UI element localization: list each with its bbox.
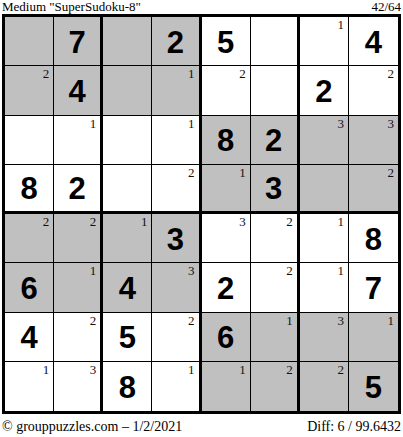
pencil-mark: 2: [43, 67, 50, 81]
cell-r3c2[interactable]: 1: [54, 116, 103, 165]
cell-r3c8[interactable]: 3: [349, 116, 398, 165]
pencil-mark: 2: [286, 264, 293, 278]
cell-r3c4[interactable]: 1: [152, 116, 201, 165]
cell-r4c5[interactable]: 1: [202, 165, 251, 214]
difficulty-label: Diff: 6 / 99.6432: [307, 419, 401, 434]
cell-r6c6[interactable]: 2: [251, 263, 300, 312]
cell-r8c3[interactable]: 8: [103, 362, 152, 411]
cell-r2c8[interactable]: 2: [349, 66, 398, 115]
cell-r1c4[interactable]: 2: [152, 17, 201, 66]
pencil-mark: 2: [286, 215, 293, 229]
pencil-mark: 2: [43, 215, 50, 229]
cell-r6c1[interactable]: 6: [5, 263, 54, 312]
pencil-mark: 2: [90, 215, 97, 229]
given-digit: 6: [20, 273, 37, 304]
cell-r4c8[interactable]: 2: [349, 165, 398, 214]
cell-r2c2[interactable]: 4: [54, 66, 103, 115]
cell-r8c5[interactable]: 1: [202, 362, 251, 411]
cell-r1c2[interactable]: 7: [54, 17, 103, 66]
pencil-mark: 1: [43, 363, 50, 377]
pencil-mark: 2: [239, 67, 246, 81]
given-digit: 8: [217, 125, 234, 156]
cell-r4c4[interactable]: 2: [152, 165, 201, 214]
given-digit: 6: [217, 322, 234, 353]
pencil-mark: 1: [337, 18, 344, 32]
given-digit: 2: [217, 273, 234, 304]
cell-r2c4[interactable]: 1: [152, 66, 201, 115]
given-digit: 2: [69, 173, 86, 204]
cell-r6c7[interactable]: 1: [300, 263, 349, 312]
cell-r4c1[interactable]: 8: [5, 165, 54, 214]
given-digit: 8: [119, 372, 136, 403]
pencil-mark: 1: [239, 166, 246, 180]
pencil-mark: 1: [239, 363, 246, 377]
given-digit: 5: [217, 27, 234, 58]
cell-r7c8[interactable]: 1: [349, 313, 398, 362]
pencil-mark: 1: [90, 264, 97, 278]
cell-r4c2[interactable]: 2: [54, 165, 103, 214]
footer: © grouppuzzles.com – 1/2/2021 Diff: 6 / …: [2, 418, 401, 434]
pencil-mark: 2: [188, 314, 195, 328]
pencil-mark: 1: [188, 363, 195, 377]
cell-r8c7[interactable]: 2: [300, 362, 349, 411]
cell-r5c8[interactable]: 8: [349, 214, 398, 263]
cell-r1c5[interactable]: 5: [202, 17, 251, 66]
cell-r1c7[interactable]: 1: [300, 17, 349, 66]
cell-r2c5[interactable]: 2: [202, 66, 251, 115]
pencil-mark: 2: [337, 363, 344, 377]
cell-r6c3[interactable]: 4: [103, 263, 152, 312]
given-digit: 5: [119, 322, 136, 353]
given-digit: 8: [20, 173, 37, 204]
cell-r5c3[interactable]: 1: [103, 214, 152, 263]
pencil-mark: 2: [388, 166, 395, 180]
cell-r5c5[interactable]: 3: [202, 214, 251, 263]
pencil-mark: 1: [188, 67, 195, 81]
pencil-mark: 2: [286, 363, 293, 377]
cell-r7c1[interactable]: 4: [5, 313, 54, 362]
given-digit: 4: [119, 273, 136, 304]
cell-r1c3[interactable]: [103, 17, 152, 66]
cell-r5c1[interactable]: 2: [5, 214, 54, 263]
given-digit: 2: [265, 125, 282, 156]
cell-r5c6[interactable]: 2: [251, 214, 300, 263]
cell-r3c3[interactable]: [103, 116, 152, 165]
pencil-mark: 3: [90, 363, 97, 377]
given-digit: 4: [20, 322, 37, 353]
cell-r7c3[interactable]: 5: [103, 313, 152, 362]
pencil-mark: 3: [388, 117, 395, 131]
cell-counter: 42/64: [371, 0, 401, 13]
pencil-mark: 3: [239, 215, 246, 229]
cell-r6c4[interactable]: 3: [152, 263, 201, 312]
cell-r3c5[interactable]: 8: [202, 116, 251, 165]
cell-r6c8[interactable]: 7: [349, 263, 398, 312]
cell-r2c1[interactable]: 2: [5, 66, 54, 115]
pencil-mark: 1: [388, 314, 395, 328]
given-digit: 8: [365, 224, 382, 255]
given-digit: 3: [265, 173, 282, 204]
cell-r7c4[interactable]: 2: [152, 313, 201, 362]
given-digit: 3: [167, 224, 184, 255]
pencil-mark: 1: [141, 215, 148, 229]
pencil-mark: 1: [337, 215, 344, 229]
sudoku-grid: 7251424122211823382213222133218614322174…: [2, 14, 401, 414]
given-digit: 2: [315, 76, 332, 107]
cell-r7c7[interactable]: 3: [300, 313, 349, 362]
given-digit: 4: [69, 76, 86, 107]
cell-r5c7[interactable]: 1: [300, 214, 349, 263]
given-digit: 7: [69, 27, 86, 58]
pencil-mark: 1: [90, 117, 97, 131]
cell-r8c1[interactable]: 1: [5, 362, 54, 411]
pencil-mark: 3: [337, 117, 344, 131]
cell-r5c2[interactable]: 2: [54, 214, 103, 263]
cell-r8c2[interactable]: 3: [54, 362, 103, 411]
cell-r6c2[interactable]: 1: [54, 263, 103, 312]
cell-r7c2[interactable]: 2: [54, 313, 103, 362]
cell-r6c5[interactable]: 2: [202, 263, 251, 312]
cell-r4c3[interactable]: [103, 165, 152, 214]
given-digit: 5: [365, 372, 382, 403]
cell-r2c7[interactable]: 2: [300, 66, 349, 115]
cell-r8c4[interactable]: 1: [152, 362, 201, 411]
pencil-mark: 1: [337, 264, 344, 278]
cell-r4c6[interactable]: 3: [251, 165, 300, 214]
cell-r7c5[interactable]: 6: [202, 313, 251, 362]
pencil-mark: 3: [337, 314, 344, 328]
given-digit: 2: [167, 27, 184, 58]
cell-r8c6[interactable]: 2: [251, 362, 300, 411]
cell-r3c7[interactable]: 3: [300, 116, 349, 165]
cell-r1c8[interactable]: 4: [349, 17, 398, 66]
cell-r1c1[interactable]: [5, 17, 54, 66]
cell-r3c1[interactable]: [5, 116, 54, 165]
header: Medium "SuperSudoku-8" 42/64: [2, 0, 401, 14]
cell-r4c7[interactable]: [300, 165, 349, 214]
puzzle-title: Medium "SuperSudoku-8": [2, 0, 141, 13]
pencil-mark: 1: [286, 314, 293, 328]
cell-r5c4[interactable]: 3: [152, 214, 201, 263]
cell-r8c8[interactable]: 5: [349, 362, 398, 411]
pencil-mark: 2: [188, 166, 195, 180]
pencil-mark: 1: [188, 117, 195, 131]
cell-r2c6[interactable]: [251, 66, 300, 115]
pencil-mark: 3: [188, 264, 195, 278]
given-digit: 7: [365, 273, 382, 304]
cell-r3c6[interactable]: 2: [251, 116, 300, 165]
cell-r2c3[interactable]: [103, 66, 152, 115]
cell-r1c6[interactable]: [251, 17, 300, 66]
pencil-mark: 2: [90, 314, 97, 328]
cell-r7c6[interactable]: 1: [251, 313, 300, 362]
given-digit: 4: [365, 27, 382, 58]
pencil-mark: 2: [388, 67, 395, 81]
copyright-credit: © grouppuzzles.com – 1/2/2021: [2, 419, 182, 434]
